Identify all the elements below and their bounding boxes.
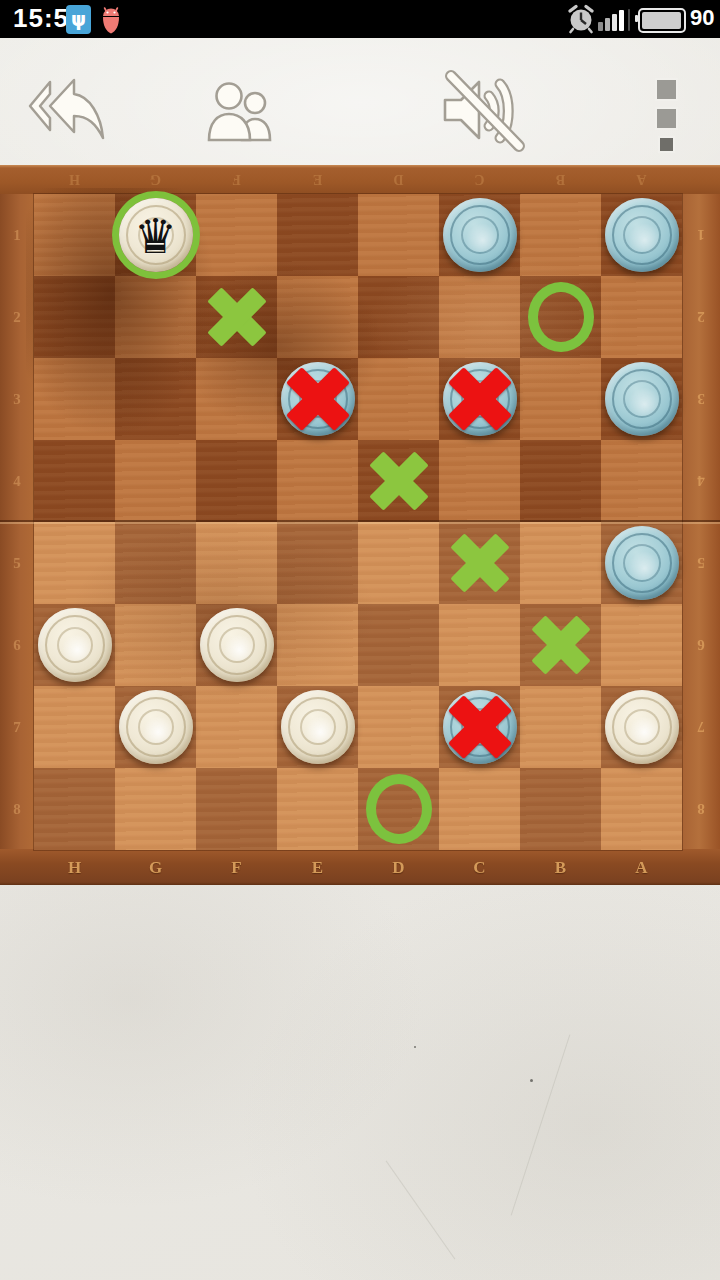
square-H4[interactable] — [34, 440, 115, 522]
file-label: G — [115, 167, 196, 191]
back-button[interactable] — [16, 70, 106, 157]
square-B4[interactable] — [520, 440, 601, 522]
square-E2[interactable] — [277, 276, 358, 358]
menu-icon — [655, 78, 678, 153]
square-C7[interactable] — [439, 686, 520, 768]
rank-label: 8 — [682, 768, 720, 850]
square-B2[interactable] — [520, 276, 601, 358]
white-man[interactable] — [605, 690, 679, 764]
square-A8[interactable] — [601, 768, 682, 850]
file-label: C — [439, 167, 520, 191]
players-icon — [203, 132, 277, 147]
square-E7[interactable] — [277, 686, 358, 768]
back-icon — [16, 142, 106, 157]
signal-bars-icon — [598, 9, 632, 31]
file-label: B — [520, 856, 601, 880]
square-D8[interactable] — [358, 768, 439, 850]
move-hint-x[interactable] — [369, 451, 429, 511]
blue-man-capture-target[interactable] — [443, 690, 517, 764]
square-A4[interactable] — [601, 440, 682, 522]
square-A1[interactable] — [601, 194, 682, 276]
file-label: A — [601, 856, 682, 880]
file-label: A — [601, 167, 682, 191]
square-D2[interactable] — [358, 276, 439, 358]
file-label: G — [115, 856, 196, 880]
capture-x-icon — [448, 367, 512, 431]
move-hint-ring[interactable] — [366, 774, 432, 844]
paper-speck — [530, 1079, 533, 1082]
rank-label: 8 — [0, 768, 34, 850]
file-label: H — [34, 856, 115, 880]
paper-crease — [386, 1161, 456, 1260]
square-G1[interactable]: ♛ — [115, 194, 196, 276]
move-hint-ring[interactable] — [528, 282, 594, 352]
square-G6[interactable] — [115, 604, 196, 686]
blue-man[interactable] — [605, 362, 679, 436]
square-G4[interactable] — [115, 440, 196, 522]
rank-label: 7 — [682, 686, 720, 768]
rank-label: 7 — [0, 686, 34, 768]
move-hint-x[interactable] — [531, 615, 591, 675]
rank-labels-left: 12345678 — [0, 194, 34, 850]
rank-label: 2 — [682, 276, 720, 358]
usb-icon: ψ — [66, 5, 91, 34]
square-B1[interactable] — [520, 194, 601, 276]
sound-muted-icon — [433, 144, 529, 159]
square-E6[interactable] — [277, 604, 358, 686]
players-button[interactable] — [203, 80, 277, 147]
rank-label: 6 — [0, 604, 34, 686]
square-B3[interactable] — [520, 358, 601, 440]
square-D4[interactable] — [358, 440, 439, 522]
blue-man-capture-target[interactable] — [443, 362, 517, 436]
square-E8[interactable] — [277, 768, 358, 850]
square-E4[interactable] — [277, 440, 358, 522]
blue-man[interactable] — [605, 526, 679, 600]
capture-x-icon — [286, 367, 350, 431]
white-man[interactable] — [38, 608, 112, 682]
rank-label: 4 — [0, 440, 34, 522]
rank-labels-right: 12345678 — [682, 194, 720, 850]
file-label: D — [358, 167, 439, 191]
blue-man[interactable] — [443, 198, 517, 272]
square-C5[interactable] — [439, 522, 520, 604]
square-D1[interactable] — [358, 194, 439, 276]
square-G7[interactable] — [115, 686, 196, 768]
square-D7[interactable] — [358, 686, 439, 768]
square-H2[interactable] — [34, 276, 115, 358]
square-E3[interactable] — [277, 358, 358, 440]
square-G2[interactable] — [115, 276, 196, 358]
square-A7[interactable] — [601, 686, 682, 768]
move-hint-x[interactable] — [450, 533, 510, 593]
board-grid: ♛ — [34, 194, 682, 850]
file-label: E — [277, 167, 358, 191]
blue-man[interactable] — [605, 198, 679, 272]
rank-label: 5 — [0, 522, 34, 604]
file-label: F — [196, 167, 277, 191]
square-H6[interactable] — [34, 604, 115, 686]
android-icon — [99, 5, 123, 34]
toolbar — [0, 38, 720, 165]
square-F7[interactable] — [196, 686, 277, 768]
file-label: B — [520, 167, 601, 191]
file-label: E — [277, 856, 358, 880]
white-man[interactable] — [200, 608, 274, 682]
move-hint-x[interactable] — [207, 287, 267, 347]
square-F1[interactable] — [196, 194, 277, 276]
square-C3[interactable] — [439, 358, 520, 440]
file-label: C — [439, 856, 520, 880]
king-crown-icon: ♛ — [119, 198, 193, 272]
square-F4[interactable] — [196, 440, 277, 522]
rank-label: 2 — [0, 276, 34, 358]
rank-label: 1 — [682, 194, 720, 276]
rank-label: 1 — [0, 194, 34, 276]
battery-icon — [638, 8, 686, 33]
square-G5[interactable] — [115, 522, 196, 604]
rank-label: 3 — [682, 358, 720, 440]
square-C8[interactable] — [439, 768, 520, 850]
square-F2[interactable] — [196, 276, 277, 358]
white-man[interactable] — [119, 690, 193, 764]
sound-muted-button[interactable] — [433, 66, 529, 159]
square-H7[interactable] — [34, 686, 115, 768]
rank-label: 4 — [682, 440, 720, 522]
square-B5[interactable] — [520, 522, 601, 604]
battery-percent: 90 — [690, 5, 714, 31]
square-F3[interactable] — [196, 358, 277, 440]
white-man[interactable] — [281, 690, 355, 764]
square-C2[interactable] — [439, 276, 520, 358]
square-E1[interactable] — [277, 194, 358, 276]
file-labels-top: HGFEDCBA — [34, 167, 682, 191]
square-H5[interactable] — [34, 522, 115, 604]
checkers-board: HGFEDCBA HGFEDCBA 12345678 12345678 ♛ — [0, 165, 720, 885]
square-D3[interactable] — [358, 358, 439, 440]
square-B7[interactable] — [520, 686, 601, 768]
file-label: D — [358, 856, 439, 880]
square-B8[interactable] — [520, 768, 601, 850]
square-B6[interactable] — [520, 604, 601, 686]
square-A2[interactable] — [601, 276, 682, 358]
square-H3[interactable] — [34, 358, 115, 440]
rank-label: 6 — [682, 604, 720, 686]
paper-speck — [414, 1046, 416, 1048]
square-A3[interactable] — [601, 358, 682, 440]
blue-man-capture-target[interactable] — [281, 362, 355, 436]
square-F5[interactable] — [196, 522, 277, 604]
white-king-selected[interactable]: ♛ — [119, 198, 193, 272]
file-labels-bottom: HGFEDCBA — [34, 856, 682, 880]
rank-label: 5 — [682, 522, 720, 604]
square-D6[interactable] — [358, 604, 439, 686]
file-label: F — [196, 856, 277, 880]
square-A6[interactable] — [601, 604, 682, 686]
square-H1[interactable] — [34, 194, 115, 276]
square-F6[interactable] — [196, 604, 277, 686]
square-H8[interactable] — [34, 768, 115, 850]
square-G8[interactable] — [115, 768, 196, 850]
alarm-icon — [566, 4, 596, 35]
rank-label: 3 — [0, 358, 34, 440]
square-C4[interactable] — [439, 440, 520, 522]
square-C1[interactable] — [439, 194, 520, 276]
file-label: H — [34, 167, 115, 191]
square-D5[interactable] — [358, 522, 439, 604]
square-F8[interactable] — [196, 768, 277, 850]
status-bar: 15:57 ψ 90 — [0, 0, 720, 38]
square-G3[interactable] — [115, 358, 196, 440]
square-A5[interactable] — [601, 522, 682, 604]
menu-button[interactable] — [655, 78, 678, 159]
capture-x-icon — [448, 695, 512, 759]
square-E5[interactable] — [277, 522, 358, 604]
square-C6[interactable] — [439, 604, 520, 686]
paper-crease — [511, 1034, 571, 1215]
